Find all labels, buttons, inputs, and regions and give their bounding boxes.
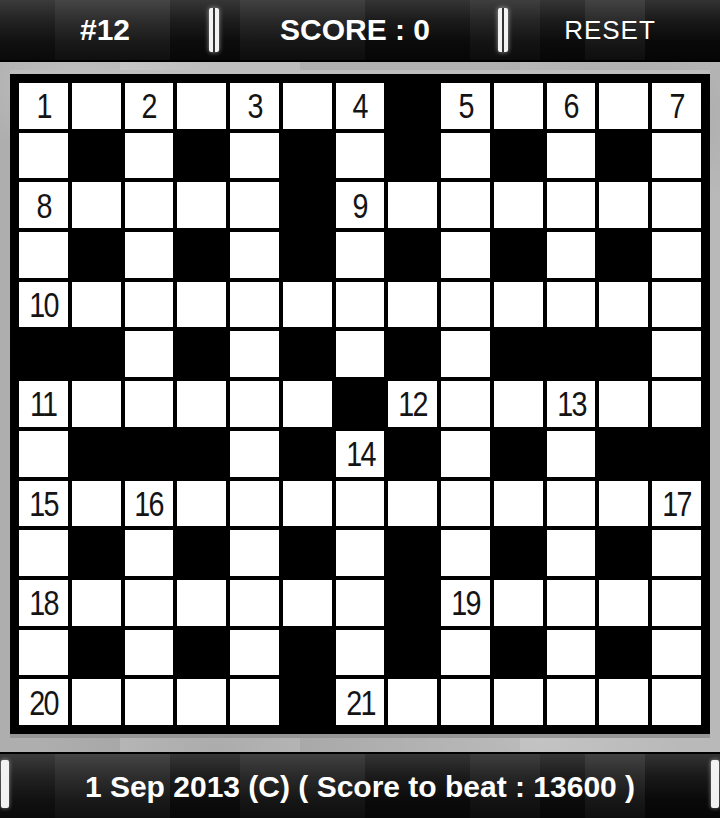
cell-r7c7-black	[336, 381, 385, 427]
cell-r6c8-black	[388, 331, 437, 377]
cell-r10c2-black	[72, 530, 121, 576]
cell-r5c13[interactable]	[652, 282, 701, 328]
cell-r10c8-black	[388, 530, 437, 576]
cell-r12c6-black	[283, 630, 332, 676]
puzzle-number-button[interactable]: #12	[0, 0, 210, 60]
cell-r1c5[interactable]: 3	[230, 83, 279, 129]
cell-r4c6-black	[283, 232, 332, 278]
cell-r2c6-black	[283, 133, 332, 179]
clue-number-15: 15	[29, 486, 58, 521]
cell-r8c13-black	[652, 431, 701, 477]
cell-r3c7[interactable]: 9	[336, 182, 385, 228]
cell-r13c2[interactable]	[72, 679, 121, 725]
cell-r3c12[interactable]	[599, 182, 648, 228]
cell-r9c11[interactable]	[547, 481, 596, 527]
cell-r6c5[interactable]	[230, 331, 279, 377]
clue-number-10: 10	[29, 287, 58, 322]
cell-r12c13[interactable]	[652, 630, 701, 676]
cell-r3c13[interactable]	[652, 182, 701, 228]
crossword-grid: 123456789101112131415161718192021	[19, 83, 701, 725]
cell-r6c11-black	[547, 331, 596, 377]
cell-r7c5[interactable]	[230, 381, 279, 427]
cell-r13c5[interactable]	[230, 679, 279, 725]
cell-r6c3[interactable]	[125, 331, 174, 377]
cell-r9c5[interactable]	[230, 481, 279, 527]
cell-r2c7[interactable]	[336, 133, 385, 179]
cell-r2c4-black	[177, 133, 226, 179]
cell-r9c7[interactable]	[336, 481, 385, 527]
cell-r8c8-black	[388, 431, 437, 477]
cell-r7c13[interactable]	[652, 381, 701, 427]
right-edge-marker-icon	[711, 760, 719, 808]
cell-r8c11[interactable]	[547, 431, 596, 477]
cell-r4c4-black	[177, 232, 226, 278]
cell-r12c7[interactable]	[336, 630, 385, 676]
cell-r12c8-black	[388, 630, 437, 676]
cell-r4c1[interactable]	[19, 232, 68, 278]
cell-r12c9[interactable]	[441, 630, 490, 676]
cell-r6c4-black	[177, 331, 226, 377]
cell-r2c1[interactable]	[19, 133, 68, 179]
cell-r13c13[interactable]	[652, 679, 701, 725]
cell-r1c11[interactable]: 6	[547, 83, 596, 129]
clue-number-17: 17	[662, 486, 691, 521]
cell-r4c2-black	[72, 232, 121, 278]
cell-r9c8[interactable]	[388, 481, 437, 527]
cell-r11c5[interactable]	[230, 580, 279, 626]
cell-r10c6-black	[283, 530, 332, 576]
cell-r8c1[interactable]	[19, 431, 68, 477]
cell-r13c12[interactable]	[599, 679, 648, 725]
cell-r1c4[interactable]	[177, 83, 226, 129]
cell-r4c8-black	[388, 232, 437, 278]
cell-r11c8-black	[388, 580, 437, 626]
cell-r7c4[interactable]	[177, 381, 226, 427]
cell-r6c10-black	[494, 331, 543, 377]
cell-r8c4-black	[177, 431, 226, 477]
clue-number-20: 20	[29, 685, 58, 720]
cell-r8c10-black	[494, 431, 543, 477]
cell-r13c1[interactable]: 20	[19, 679, 68, 725]
cell-r2c9[interactable]	[441, 133, 490, 179]
cell-r6c2-black	[72, 331, 121, 377]
clue-number-5: 5	[458, 88, 472, 123]
clue-number-2: 2	[142, 88, 156, 123]
cell-r7c11[interactable]: 13	[547, 381, 596, 427]
cell-r1c10[interactable]	[494, 83, 543, 129]
cell-r6c9[interactable]	[441, 331, 490, 377]
cell-r13c6-black	[283, 679, 332, 725]
cell-r7c9[interactable]	[441, 381, 490, 427]
cell-r8c3-black	[125, 431, 174, 477]
cell-r10c3[interactable]	[125, 530, 174, 576]
cell-r6c1-black	[19, 331, 68, 377]
cell-r8c6-black	[283, 431, 332, 477]
clue-number-1: 1	[36, 88, 50, 123]
cell-r9c13[interactable]: 17	[652, 481, 701, 527]
cell-r1c9[interactable]: 5	[441, 83, 490, 129]
cell-r7c6[interactable]	[283, 381, 332, 427]
cell-r9c2[interactable]	[72, 481, 121, 527]
cell-r13c7[interactable]: 21	[336, 679, 385, 725]
cell-r1c7[interactable]: 4	[336, 83, 385, 129]
cell-r4c5[interactable]	[230, 232, 279, 278]
cell-r4c11[interactable]	[547, 232, 596, 278]
cell-r3c8[interactable]	[388, 182, 437, 228]
clue-number-18: 18	[29, 585, 58, 620]
cell-r7c12[interactable]	[599, 381, 648, 427]
cell-r6c13[interactable]	[652, 331, 701, 377]
cell-r10c9[interactable]	[441, 530, 490, 576]
cell-r4c3[interactable]	[125, 232, 174, 278]
cell-r4c9[interactable]	[441, 232, 490, 278]
cell-r5c10[interactable]	[494, 282, 543, 328]
cell-r3c6-black	[283, 182, 332, 228]
cell-r10c7[interactable]	[336, 530, 385, 576]
clue-number-4: 4	[353, 88, 367, 123]
clue-number-13: 13	[557, 386, 586, 421]
cell-r1c2[interactable]	[72, 83, 121, 129]
cell-r5c5[interactable]	[230, 282, 279, 328]
cell-r3c1[interactable]: 8	[19, 182, 68, 228]
cell-r8c9[interactable]	[441, 431, 490, 477]
clue-number-11: 11	[30, 386, 57, 421]
cell-r5c11[interactable]	[547, 282, 596, 328]
cell-r3c2[interactable]	[72, 182, 121, 228]
cell-r12c1[interactable]	[19, 630, 68, 676]
cell-r6c12-black	[599, 331, 648, 377]
cell-r11c3[interactable]	[125, 580, 174, 626]
cell-r9c9[interactable]	[441, 481, 490, 527]
cell-r11c2[interactable]	[72, 580, 121, 626]
clue-number-14: 14	[346, 436, 375, 471]
cell-r4c12-black	[599, 232, 648, 278]
cell-r13c3[interactable]	[125, 679, 174, 725]
cell-r5c1[interactable]: 10	[19, 282, 68, 328]
cell-r7c3[interactable]	[125, 381, 174, 427]
cell-r6c7[interactable]	[336, 331, 385, 377]
cell-r2c5[interactable]	[230, 133, 279, 179]
score-label: SCORE : 0	[210, 0, 500, 60]
clue-number-6: 6	[564, 88, 578, 123]
cell-r2c12-black	[599, 133, 648, 179]
cell-r1c12[interactable]	[599, 83, 648, 129]
cell-r13c8[interactable]	[388, 679, 437, 725]
cell-r7c10[interactable]	[494, 381, 543, 427]
cell-r1c8-black	[388, 83, 437, 129]
cell-r3c11[interactable]	[547, 182, 596, 228]
cell-r9c4[interactable]	[177, 481, 226, 527]
cell-r10c10-black	[494, 530, 543, 576]
cell-r8c5[interactable]	[230, 431, 279, 477]
cell-r5c8[interactable]	[388, 282, 437, 328]
cell-r11c12[interactable]	[599, 580, 648, 626]
cell-r2c3[interactable]	[125, 133, 174, 179]
reset-button[interactable]: RESET	[500, 0, 720, 60]
cell-r13c4[interactable]	[177, 679, 226, 725]
cell-r9c12[interactable]	[599, 481, 648, 527]
cell-r10c4-black	[177, 530, 226, 576]
cell-r3c5[interactable]	[230, 182, 279, 228]
cell-r11c13[interactable]	[652, 580, 701, 626]
crossword-board: 123456789101112131415161718192021	[10, 70, 710, 738]
clue-number-8: 8	[36, 188, 50, 223]
cell-r7c2[interactable]	[72, 381, 121, 427]
clue-number-7: 7	[669, 88, 683, 123]
cell-r12c5[interactable]	[230, 630, 279, 676]
cell-r4c7[interactable]	[336, 232, 385, 278]
cell-r2c11[interactable]	[547, 133, 596, 179]
cell-r9c1[interactable]: 15	[19, 481, 68, 527]
cell-r10c12-black	[599, 530, 648, 576]
cell-r12c3[interactable]	[125, 630, 174, 676]
cell-r3c9[interactable]	[441, 182, 490, 228]
cell-r5c6[interactable]	[283, 282, 332, 328]
cell-r12c10-black	[494, 630, 543, 676]
clue-number-21: 21	[346, 685, 375, 720]
bottom-bar: 1 Sep 2013 (C) ( Score to beat : 13600 )	[0, 752, 720, 818]
cell-r10c13[interactable]	[652, 530, 701, 576]
cell-r11c1[interactable]: 18	[19, 580, 68, 626]
cell-r13c9[interactable]	[441, 679, 490, 725]
cell-r11c10[interactable]	[494, 580, 543, 626]
cell-r2c10-black	[494, 133, 543, 179]
cell-r2c8-black	[388, 133, 437, 179]
cell-r11c11[interactable]	[547, 580, 596, 626]
cell-r8c7[interactable]: 14	[336, 431, 385, 477]
cell-r7c1[interactable]: 11	[19, 381, 68, 427]
cell-r3c10[interactable]	[494, 182, 543, 228]
cell-r4c10-black	[494, 232, 543, 278]
cell-r2c13[interactable]	[652, 133, 701, 179]
cell-r3c4[interactable]	[177, 182, 226, 228]
cell-r7c8[interactable]: 12	[388, 381, 437, 427]
clue-number-3: 3	[247, 88, 261, 123]
cell-r5c12[interactable]	[599, 282, 648, 328]
cell-r13c11[interactable]	[547, 679, 596, 725]
cell-r9c6[interactable]	[283, 481, 332, 527]
cell-r6c6-black	[283, 331, 332, 377]
status-text: 1 Sep 2013 (C) ( Score to beat : 13600 )	[0, 754, 720, 818]
cell-r13c10[interactable]	[494, 679, 543, 725]
cell-r3c3[interactable]	[125, 182, 174, 228]
clue-number-16: 16	[135, 486, 164, 521]
cell-r12c2-black	[72, 630, 121, 676]
cell-r10c1[interactable]	[19, 530, 68, 576]
cell-r12c4-black	[177, 630, 226, 676]
cell-r5c9[interactable]	[441, 282, 490, 328]
cell-r9c10[interactable]	[494, 481, 543, 527]
cell-r1c6[interactable]	[283, 83, 332, 129]
cell-r8c2-black	[72, 431, 121, 477]
cell-r1c1[interactable]: 1	[19, 83, 68, 129]
cell-r11c9[interactable]: 19	[441, 580, 490, 626]
cell-r2c2-black	[72, 133, 121, 179]
cell-r5c4[interactable]	[177, 282, 226, 328]
cell-r11c4[interactable]	[177, 580, 226, 626]
cell-r4c13[interactable]	[652, 232, 701, 278]
cell-r5c3[interactable]	[125, 282, 174, 328]
cell-r12c11[interactable]	[547, 630, 596, 676]
cell-r1c13[interactable]: 7	[652, 83, 701, 129]
clue-number-9: 9	[353, 188, 367, 223]
cell-r10c11[interactable]	[547, 530, 596, 576]
cell-r11c6[interactable]	[283, 580, 332, 626]
cell-r5c7[interactable]	[336, 282, 385, 328]
cell-r8c12-black	[599, 431, 648, 477]
cell-r11c7[interactable]	[336, 580, 385, 626]
cell-r12c12-black	[599, 630, 648, 676]
cell-r9c3[interactable]: 16	[125, 481, 174, 527]
clue-number-12: 12	[398, 386, 427, 421]
cell-r5c2[interactable]	[72, 282, 121, 328]
clue-number-19: 19	[451, 585, 480, 620]
cell-r10c5[interactable]	[230, 530, 279, 576]
top-bar: #12 SCORE : 0 RESET	[0, 0, 720, 62]
cell-r1c3[interactable]: 2	[125, 83, 174, 129]
